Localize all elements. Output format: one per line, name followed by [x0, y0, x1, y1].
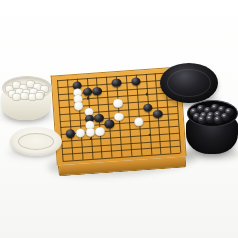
- stone-highlight: [220, 108, 222, 110]
- black-stone: [153, 109, 163, 118]
- hoshi-point: [148, 133, 151, 136]
- white-lid-inner-ring: [18, 133, 54, 150]
- stone-highlight: [200, 118, 202, 120]
- black-stone-in-bowl: [214, 116, 223, 124]
- hoshi-point: [86, 97, 89, 100]
- stone-highlight: [206, 109, 208, 111]
- black-stone: [131, 77, 141, 86]
- black-bowl-opening: [187, 100, 238, 127]
- black-stone: [94, 113, 104, 122]
- white-stone-in-bowl: [35, 92, 44, 100]
- black-bowl-lid: [160, 63, 218, 103]
- white-stone-bowl: [1, 76, 53, 120]
- white-stone: [73, 101, 83, 110]
- black-stone-bowl: [186, 100, 238, 156]
- black-stone: [111, 78, 121, 87]
- stone-highlight: [213, 106, 215, 108]
- go-set-photo: [0, 0, 238, 238]
- white-bowl-lid: [10, 127, 62, 156]
- white-stone: [75, 128, 85, 137]
- black-stone: [82, 87, 92, 96]
- stone-highlight: [227, 110, 229, 112]
- hoshi-point: [145, 93, 148, 96]
- stone-highlight: [216, 113, 218, 115]
- stone-highlight: [192, 110, 194, 112]
- black-lid-inner-ring: [167, 69, 211, 97]
- stone-highlight: [199, 107, 201, 109]
- black-stone: [92, 86, 102, 95]
- stone-highlight: [223, 115, 225, 117]
- white-stone: [85, 127, 95, 136]
- stone-highlight: [216, 118, 218, 120]
- black-stone: [66, 129, 76, 138]
- white-stone: [113, 98, 123, 107]
- stone-highlight: [202, 114, 204, 116]
- stone-highlight: [208, 117, 210, 119]
- white-stone: [95, 127, 105, 136]
- white-bowl-opening: [2, 76, 52, 100]
- black-stone: [143, 103, 153, 112]
- white-stone: [134, 117, 144, 126]
- stone-highlight: [195, 115, 197, 117]
- black-stone: [104, 119, 114, 128]
- white-stone: [114, 112, 124, 121]
- hoshi-point: [89, 137, 92, 140]
